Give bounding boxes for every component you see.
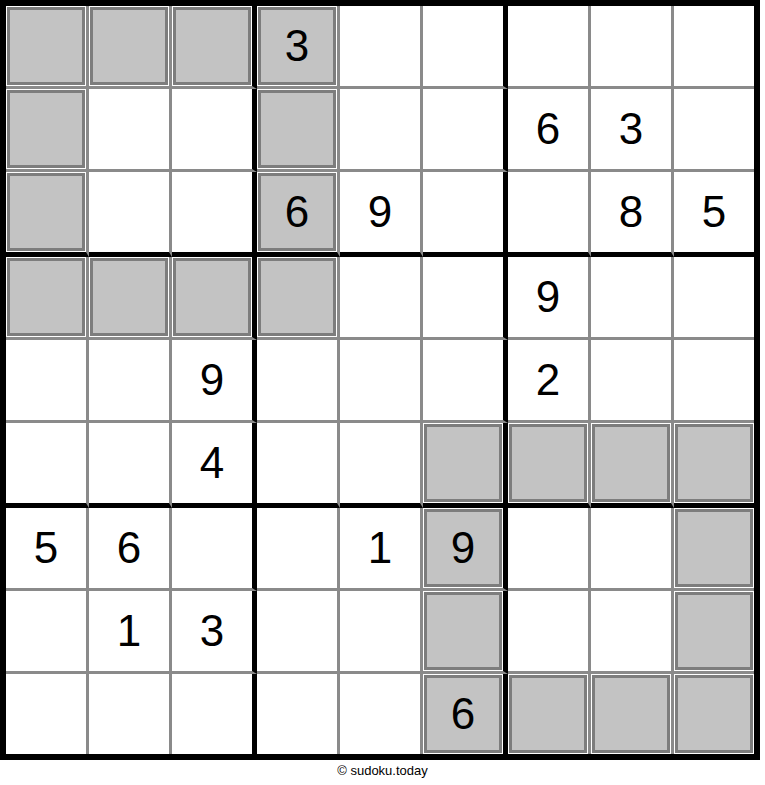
cell-r6c6[interactable]: [423, 423, 508, 508]
cell-r2c3[interactable]: [172, 89, 257, 172]
cell-r8c9[interactable]: [674, 591, 754, 674]
cell-r7c7[interactable]: [508, 508, 591, 591]
cell-r7c9[interactable]: [674, 508, 754, 591]
cell-r5c8[interactable]: [591, 340, 674, 423]
cell-r7c4[interactable]: [257, 508, 340, 591]
cell-r1c3[interactable]: [172, 6, 257, 89]
cell-r9c9[interactable]: [674, 674, 754, 754]
cell-r9c2[interactable]: [89, 674, 172, 754]
cell-r1c9[interactable]: [674, 6, 754, 89]
cell-r6c1[interactable]: [6, 423, 89, 508]
cell-r4c4[interactable]: [257, 257, 340, 340]
cell-r7c3[interactable]: [172, 508, 257, 591]
cell-r3c1[interactable]: [6, 172, 89, 257]
cell-r2c8[interactable]: 3: [591, 89, 674, 172]
cell-r1c6[interactable]: [423, 6, 508, 89]
cell-r7c6[interactable]: 9: [423, 508, 508, 591]
cell-r2c7[interactable]: 6: [508, 89, 591, 172]
cell-r4c6[interactable]: [423, 257, 508, 340]
cell-r5c5[interactable]: [340, 340, 423, 423]
cell-r4c2[interactable]: [89, 257, 172, 340]
cell-r6c9[interactable]: [674, 423, 754, 508]
cell-r1c8[interactable]: [591, 6, 674, 89]
cell-r1c4[interactable]: 3: [257, 6, 340, 89]
cell-r4c1[interactable]: [6, 257, 89, 340]
cell-r7c2[interactable]: 6: [89, 508, 172, 591]
cell-r9c7[interactable]: [508, 674, 591, 754]
cell-r4c7[interactable]: 9: [508, 257, 591, 340]
cell-r7c8[interactable]: [591, 508, 674, 591]
cell-r9c1[interactable]: [6, 674, 89, 754]
cell-r5c1[interactable]: [6, 340, 89, 423]
cell-r4c8[interactable]: [591, 257, 674, 340]
cell-r9c3[interactable]: [172, 674, 257, 754]
cell-r5c4[interactable]: [257, 340, 340, 423]
cell-r2c5[interactable]: [340, 89, 423, 172]
cell-r2c4[interactable]: [257, 89, 340, 172]
cell-r6c4[interactable]: [257, 423, 340, 508]
cell-r5c7[interactable]: 2: [508, 340, 591, 423]
cell-r8c1[interactable]: [6, 591, 89, 674]
cell-r5c6[interactable]: [423, 340, 508, 423]
cell-r1c7[interactable]: [508, 6, 591, 89]
cell-r3c7[interactable]: [508, 172, 591, 257]
cell-r3c3[interactable]: [172, 172, 257, 257]
cell-r2c9[interactable]: [674, 89, 754, 172]
cell-r3c8[interactable]: 8: [591, 172, 674, 257]
cell-r6c5[interactable]: [340, 423, 423, 508]
cell-r3c9[interactable]: 5: [674, 172, 754, 257]
cell-r2c2[interactable]: [89, 89, 172, 172]
cell-r4c5[interactable]: [340, 257, 423, 340]
cell-r9c6[interactable]: 6: [423, 674, 508, 754]
cell-r1c2[interactable]: [89, 6, 172, 89]
cell-r8c6[interactable]: [423, 591, 508, 674]
cell-r5c9[interactable]: [674, 340, 754, 423]
cell-r9c4[interactable]: [257, 674, 340, 754]
cell-r6c2[interactable]: [89, 423, 172, 508]
cell-r4c3[interactable]: [172, 257, 257, 340]
cell-r8c3[interactable]: 3: [172, 591, 257, 674]
cell-r3c4[interactable]: 6: [257, 172, 340, 257]
cell-r5c3[interactable]: 9: [172, 340, 257, 423]
cell-r3c6[interactable]: [423, 172, 508, 257]
cell-r2c1[interactable]: [6, 89, 89, 172]
cell-r8c2[interactable]: 1: [89, 591, 172, 674]
cell-r7c5[interactable]: 1: [340, 508, 423, 591]
cell-r6c8[interactable]: [591, 423, 674, 508]
cell-r7c1[interactable]: 5: [6, 508, 89, 591]
page: 363698599245619136 © sudoku.today: [0, 0, 765, 785]
cell-r5c2[interactable]: [89, 340, 172, 423]
sudoku-board: 363698599245619136: [0, 0, 760, 760]
cell-r6c3[interactable]: 4: [172, 423, 257, 508]
cell-r9c5[interactable]: [340, 674, 423, 754]
cell-r1c1[interactable]: [6, 6, 89, 89]
cell-r8c5[interactable]: [340, 591, 423, 674]
cell-r8c4[interactable]: [257, 591, 340, 674]
cell-r4c9[interactable]: [674, 257, 754, 340]
cell-r1c5[interactable]: [340, 6, 423, 89]
cell-r6c7[interactable]: [508, 423, 591, 508]
credit-text: © sudoku.today: [0, 760, 765, 778]
cell-r3c2[interactable]: [89, 172, 172, 257]
cell-r2c6[interactable]: [423, 89, 508, 172]
cell-r9c8[interactable]: [591, 674, 674, 754]
cell-r8c8[interactable]: [591, 591, 674, 674]
cell-r3c5[interactable]: 9: [340, 172, 423, 257]
cell-r8c7[interactable]: [508, 591, 591, 674]
